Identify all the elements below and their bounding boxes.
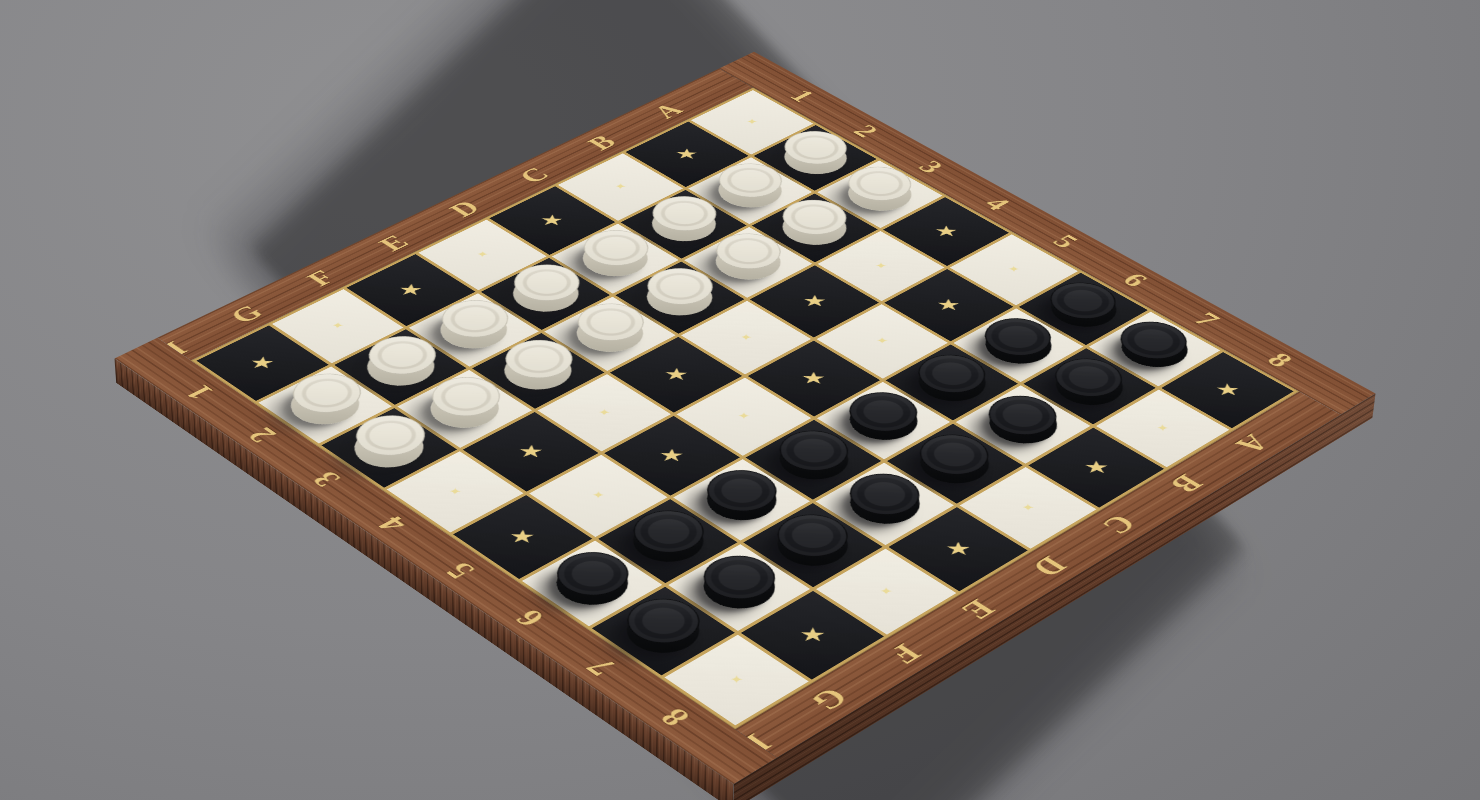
- star-icon: ★: [1046, 438, 1146, 497]
- cell-f4[interactable]: ✦: [537, 374, 671, 452]
- sparkle-icon: ✦: [273, 376, 376, 433]
- piece-white-b3[interactable]: [769, 203, 860, 253]
- file-label-d-left: D: [444, 197, 485, 220]
- piece-white-f3[interactable]: [491, 343, 586, 397]
- sparkle-icon: ✦: [684, 646, 788, 713]
- rank-label-4-top: 4: [980, 194, 1016, 213]
- file-label-g-left: G: [225, 302, 269, 327]
- piece-face: [542, 543, 643, 605]
- piece-black-g7[interactable]: [688, 556, 790, 618]
- piece-white-g2[interactable]: [353, 339, 448, 393]
- rank-label-6-bottom: 6: [509, 606, 551, 631]
- piece-white-c3[interactable]: [702, 237, 794, 288]
- piece-white-d2[interactable]: [569, 233, 661, 284]
- piece-face: [835, 384, 931, 440]
- piece-white-a2[interactable]: [771, 134, 860, 181]
- piece-face: [618, 502, 718, 562]
- piece-side: [692, 470, 791, 529]
- star-icon: ★: [611, 598, 715, 663]
- file-label-c-right: C: [1096, 511, 1142, 539]
- file-label-e-right: E: [955, 595, 1001, 623]
- sparkle-icon: ✦: [699, 310, 793, 365]
- piece-white-h2[interactable]: [277, 377, 373, 433]
- cell-c7[interactable]: ✦: [956, 385, 1090, 463]
- sparkle-icon: ✦: [975, 395, 1073, 453]
- sparkle-icon: ✦: [1113, 399, 1213, 457]
- star-icon: ★: [763, 514, 862, 576]
- piece-black-d6[interactable]: [835, 392, 931, 448]
- piece-face: [765, 422, 862, 479]
- rank-label-5-top: 5: [1048, 231, 1084, 251]
- star-icon: ★: [908, 518, 1009, 580]
- piece-face: [279, 365, 375, 420]
- file-label-b-right: B: [1164, 471, 1208, 497]
- piece-side: [835, 392, 931, 448]
- piece-side: [340, 419, 438, 476]
- piece-white-e2[interactable]: [499, 268, 592, 320]
- rank-label-4-bottom: 4: [372, 513, 413, 537]
- sparkle-icon: ✦: [836, 559, 937, 623]
- piece-face: [612, 589, 715, 652]
- rank-label-6-top: 6: [1117, 270, 1153, 290]
- sparkle-icon: ✦: [574, 162, 665, 212]
- rank-label-5-bottom: 5: [439, 559, 481, 583]
- piece-side: [906, 434, 1004, 492]
- star-icon: ★: [761, 602, 863, 668]
- piece-black-e6[interactable]: [765, 431, 863, 488]
- file-label-c-left: C: [514, 164, 555, 186]
- cell-g4[interactable]: ★: [463, 412, 599, 492]
- sparkle-icon: ✦: [688, 555, 789, 619]
- piece-black-d7[interactable]: [906, 434, 1004, 492]
- file-label-a-right: A: [1230, 431, 1275, 457]
- star-icon: ★: [337, 418, 441, 477]
- sparkle-icon: ✦: [836, 391, 932, 449]
- file-label-f-left: F: [302, 267, 341, 289]
- star-icon: ★: [767, 350, 861, 406]
- piece-black-h6[interactable]: [541, 552, 643, 614]
- cell-e7[interactable]: ✦: [816, 463, 953, 545]
- piece-face: [763, 506, 863, 566]
- star-icon: ★: [642, 130, 731, 179]
- rank-label-1-bottom: 1: [179, 382, 219, 404]
- cell-f5[interactable]: ★: [604, 416, 740, 496]
- cell-d7[interactable]: ★: [887, 424, 1023, 504]
- cell-g7[interactable]: ✦: [669, 544, 810, 630]
- rank-label-3-top: 3: [913, 157, 948, 176]
- rank-label-8-top: 8: [1262, 349, 1299, 370]
- piece-side: [763, 514, 863, 575]
- piece-face: [906, 426, 1003, 483]
- playing-surface: ✦★✦★✦★✦★★✦★✦★✦★✦✦★✦★✦★✦★★✦★✦★✦★✦✦★✦★✦★✦★…: [191, 87, 1299, 729]
- sparkle-icon: ✦: [692, 469, 791, 530]
- sparkle-icon: ✦: [547, 465, 648, 526]
- piece-side: [975, 396, 1071, 452]
- piece-face: [692, 461, 791, 520]
- file-label-a-left: A: [648, 100, 688, 121]
- sparkle-icon: ✦: [695, 387, 791, 445]
- piece-side: [688, 556, 790, 618]
- rank-label-1-top: 1: [785, 87, 820, 105]
- rank-label-8-bottom: 8: [653, 704, 696, 731]
- star-icon: ★: [622, 426, 721, 485]
- perspective-wrapper: 12345678 12345678 ABCDEFGH ABCDEFGH ✦★✦★…: [0, 0, 1480, 800]
- file-label-e-left: E: [374, 232, 414, 255]
- cell-b8[interactable]: ✦: [1096, 389, 1230, 467]
- piece-face: [689, 547, 790, 609]
- piece-white-f2[interactable]: [427, 303, 521, 356]
- file-label-d-right: D: [1026, 552, 1073, 580]
- piece-face: [342, 407, 439, 464]
- piece-black-b6[interactable]: [971, 318, 1065, 371]
- cell-e6[interactable]: ★: [746, 420, 882, 500]
- cell-d8[interactable]: ✦: [959, 467, 1096, 549]
- star-icon: ★: [906, 434, 1004, 493]
- piece-black-h7[interactable]: [612, 599, 715, 663]
- cell-g3[interactable]: ✦: [398, 370, 532, 448]
- file-label-b-left: B: [582, 132, 621, 153]
- rank-label-2-bottom: 2: [242, 424, 282, 446]
- piece-white-g3[interactable]: [417, 381, 513, 437]
- rank-label-3-bottom: 3: [306, 468, 347, 491]
- piece-black-f6[interactable]: [692, 470, 791, 529]
- piece-black-e7[interactable]: [835, 474, 934, 533]
- piece-face: [418, 369, 514, 424]
- piece-white-d3[interactable]: [633, 271, 726, 323]
- checkers-board: 12345678 12345678 ABCDEFGH ABCDEFGH ✦★✦★…: [115, 52, 1376, 785]
- cell-g5[interactable]: ✦: [530, 455, 667, 537]
- piece-white-b2[interactable]: [705, 166, 795, 214]
- sparkle-icon: ✦: [555, 384, 654, 442]
- rank-label-7-top: 7: [1189, 309, 1225, 330]
- piece-side: [618, 510, 718, 570]
- cell-g6[interactable]: ★: [598, 499, 737, 583]
- star-icon: ★: [765, 430, 862, 489]
- star-icon: ★: [617, 510, 718, 572]
- cell-e8[interactable]: ★: [888, 507, 1027, 591]
- piece-black-g6[interactable]: [618, 510, 718, 570]
- star-icon: ★: [505, 195, 599, 246]
- piece-black-b7[interactable]: [1042, 358, 1137, 413]
- rank-label-2-top: 2: [849, 122, 884, 140]
- sparkle-icon: ✦: [978, 477, 1079, 538]
- piece-side: [612, 599, 715, 663]
- piece-side: [417, 381, 513, 437]
- sparkle-icon: ✦: [403, 461, 507, 521]
- piece-side: [541, 552, 643, 614]
- sparkle-icon: ✦: [708, 98, 795, 146]
- rank-label-7-bottom: 7: [580, 654, 622, 680]
- piece-side: [277, 377, 373, 433]
- star-icon: ★: [768, 274, 860, 328]
- cell-e5[interactable]: ✦: [677, 378, 811, 456]
- cell-h4[interactable]: ✦: [386, 451, 523, 533]
- piece-face: [974, 388, 1070, 444]
- sparkle-icon: ✦: [414, 380, 515, 437]
- piece-white-a3[interactable]: [835, 170, 925, 218]
- star-icon: ★: [628, 346, 724, 402]
- sparkle-icon: ✦: [836, 240, 927, 292]
- piece-white-h3[interactable]: [340, 419, 438, 476]
- sparkle-icon: ✦: [540, 551, 644, 615]
- file-label-g-right: G: [805, 683, 855, 715]
- scene-background: 12345678 12345678 ABCDEFGH ABCDEFGH ✦★✦★…: [0, 0, 1480, 800]
- piece-face: [835, 465, 934, 524]
- cell-f7[interactable]: ★: [743, 503, 882, 587]
- star-icon: ★: [211, 335, 314, 391]
- piece-white-e3[interactable]: [563, 307, 657, 360]
- file-label-f-right: F: [883, 640, 928, 668]
- sparkle-icon: ✦: [836, 473, 934, 534]
- piece-black-f7[interactable]: [763, 514, 863, 575]
- piece-black-c7[interactable]: [975, 396, 1071, 452]
- piece-side: [765, 431, 863, 488]
- cell-d6[interactable]: ✦: [817, 381, 951, 459]
- piece-white-c2[interactable]: [638, 199, 729, 248]
- piece-black-c6[interactable]: [904, 355, 999, 410]
- star-icon: ★: [470, 506, 574, 568]
- sparkle-icon: ✦: [836, 314, 929, 369]
- piece-side: [835, 474, 934, 533]
- star-icon: ★: [480, 422, 581, 481]
- cell-f6[interactable]: ✦: [673, 459, 810, 541]
